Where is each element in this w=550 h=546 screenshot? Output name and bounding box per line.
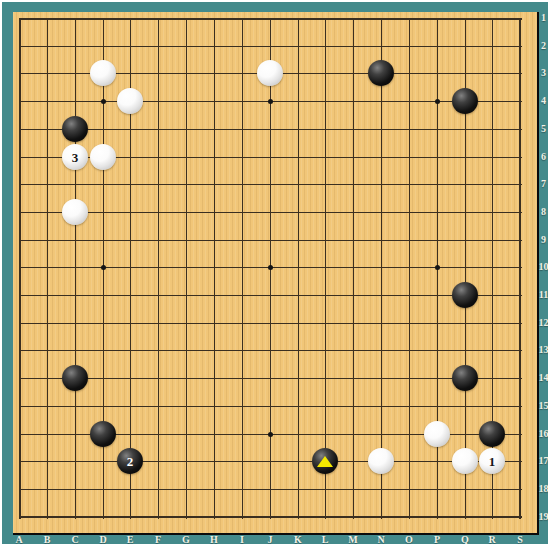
row-label-8: 8 xyxy=(537,206,550,218)
grid-line-vertical xyxy=(75,18,76,519)
row-label-1: 1 xyxy=(537,12,550,24)
stone-white-C6[interactable]: 3 xyxy=(62,144,88,170)
go-board[interactable]: 321 xyxy=(13,12,539,535)
grid-line-vertical xyxy=(519,18,521,519)
stone-white-C8[interactable] xyxy=(62,199,88,225)
col-label-C: C xyxy=(65,534,85,546)
row-label-19: 19 xyxy=(537,511,550,523)
col-label-P: P xyxy=(427,534,447,546)
grid-line-vertical xyxy=(158,18,159,519)
star-point xyxy=(101,265,106,270)
grid-line-vertical xyxy=(214,18,215,519)
row-label-12: 12 xyxy=(537,317,550,329)
grid-line-vertical xyxy=(298,18,299,519)
grid-line-vertical xyxy=(325,18,326,519)
col-label-Q: Q xyxy=(455,534,475,546)
stone-black-D16[interactable] xyxy=(90,421,116,447)
col-label-G: G xyxy=(176,534,196,546)
stone-white-R17[interactable]: 1 xyxy=(479,448,505,474)
grid-line-vertical xyxy=(381,18,382,519)
star-point xyxy=(435,99,440,104)
row-label-11: 11 xyxy=(537,289,550,301)
row-label-7: 7 xyxy=(537,178,550,190)
star-point xyxy=(435,265,440,270)
grid-line-vertical xyxy=(19,18,21,519)
row-label-6: 6 xyxy=(537,151,550,163)
row-label-5: 5 xyxy=(537,123,550,135)
grid-line-vertical xyxy=(186,18,187,519)
stone-white-D3[interactable] xyxy=(90,60,116,86)
grid-line-horizontal xyxy=(19,350,522,351)
col-label-H: H xyxy=(204,534,224,546)
stone-black-Q11[interactable] xyxy=(452,282,478,308)
row-label-18: 18 xyxy=(537,483,550,495)
stone-black-Q14[interactable] xyxy=(452,365,478,391)
stone-white-Q17[interactable] xyxy=(452,448,478,474)
grid-line-horizontal xyxy=(19,378,522,379)
move-number-label: 1 xyxy=(489,455,496,468)
stone-white-P16[interactable] xyxy=(424,421,450,447)
grid-line-vertical xyxy=(353,18,354,519)
grid-line-vertical xyxy=(47,18,48,519)
move-number-label: 3 xyxy=(72,151,79,164)
stone-black-C5[interactable] xyxy=(62,116,88,142)
star-point xyxy=(268,432,273,437)
go-board-window: 321 ABCDEFGHIJKLMNOPQRS 1234567891011121… xyxy=(0,0,550,546)
col-label-A: A xyxy=(9,534,29,546)
col-label-R: R xyxy=(482,534,502,546)
col-label-D: D xyxy=(93,534,113,546)
star-point xyxy=(268,265,273,270)
row-label-14: 14 xyxy=(537,372,550,384)
grid-line-horizontal xyxy=(19,461,522,462)
star-point xyxy=(101,99,106,104)
stone-white-N17[interactable] xyxy=(368,448,394,474)
row-label-16: 16 xyxy=(537,428,550,440)
row-label-9: 9 xyxy=(537,234,550,246)
move-number-label: 2 xyxy=(127,455,134,468)
col-label-F: F xyxy=(148,534,168,546)
stone-black-Q4[interactable] xyxy=(452,88,478,114)
grid-line-horizontal xyxy=(19,489,522,490)
col-label-O: O xyxy=(399,534,419,546)
col-label-L: L xyxy=(315,534,335,546)
col-label-M: M xyxy=(343,534,363,546)
row-label-10: 10 xyxy=(537,261,550,273)
stone-white-J3[interactable] xyxy=(257,60,283,86)
grid-line-vertical xyxy=(409,18,410,519)
stone-black-E17[interactable]: 2 xyxy=(117,448,143,474)
row-label-13: 13 xyxy=(537,344,550,356)
stone-black-C14[interactable] xyxy=(62,365,88,391)
stone-black-L17[interactable] xyxy=(312,448,338,474)
stone-white-D6[interactable] xyxy=(90,144,116,170)
stone-white-E4[interactable] xyxy=(117,88,143,114)
triangle-mark-icon xyxy=(317,456,333,467)
grid-line-horizontal xyxy=(19,406,522,407)
grid-line-horizontal xyxy=(19,295,522,296)
col-label-E: E xyxy=(120,534,140,546)
col-label-K: K xyxy=(288,534,308,546)
row-label-17: 17 xyxy=(537,455,550,467)
col-label-S: S xyxy=(510,534,530,546)
col-label-J: J xyxy=(260,534,280,546)
col-label-B: B xyxy=(37,534,57,546)
row-label-3: 3 xyxy=(537,67,550,79)
row-label-2: 2 xyxy=(537,40,550,52)
row-label-15: 15 xyxy=(537,400,550,412)
grid-line-horizontal xyxy=(19,323,522,324)
grid-line-horizontal xyxy=(19,516,522,518)
stone-black-R16[interactable] xyxy=(479,421,505,447)
star-point xyxy=(268,99,273,104)
row-label-4: 4 xyxy=(537,95,550,107)
grid-line-vertical xyxy=(242,18,243,519)
col-label-I: I xyxy=(232,534,252,546)
col-label-N: N xyxy=(371,534,391,546)
stone-black-N3[interactable] xyxy=(368,60,394,86)
